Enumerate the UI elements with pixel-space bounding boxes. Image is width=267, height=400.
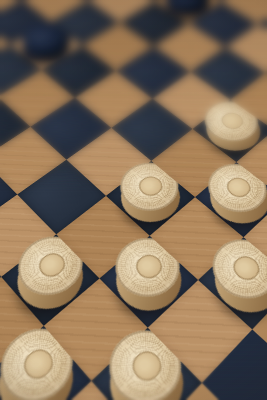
checkers-board [0, 0, 267, 400]
board-photo [0, 0, 267, 400]
